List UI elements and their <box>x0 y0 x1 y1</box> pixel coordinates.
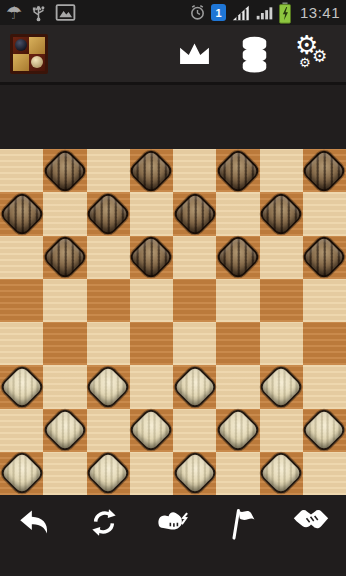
board-square[interactable] <box>216 279 259 322</box>
status-bar: ☂ 1 <box>0 0 346 25</box>
crown-icon[interactable] <box>176 41 213 66</box>
board-square[interactable] <box>130 322 173 365</box>
board-square[interactable] <box>87 192 130 235</box>
app-logo-square <box>13 54 29 71</box>
board-square[interactable] <box>216 409 259 452</box>
board-square[interactable] <box>216 236 259 279</box>
usb-icon <box>31 2 46 24</box>
dark-piece[interactable] <box>257 190 305 238</box>
board-square[interactable] <box>173 192 216 235</box>
board-square[interactable] <box>303 452 346 495</box>
board-square[interactable] <box>260 322 303 365</box>
board-square[interactable] <box>130 279 173 322</box>
draw-handshake-icon[interactable] <box>277 506 346 534</box>
board-square[interactable] <box>43 192 86 235</box>
gear-icon: ⚙ <box>299 56 311 69</box>
restart-icon[interactable] <box>69 506 138 539</box>
light-piece[interactable] <box>257 449 305 497</box>
board-square[interactable] <box>303 365 346 408</box>
board-square[interactable] <box>0 236 43 279</box>
coins-stack-icon[interactable] <box>240 35 269 73</box>
notification-badge: 1 <box>211 4 226 21</box>
board-square[interactable] <box>130 192 173 235</box>
board-square[interactable] <box>0 149 43 192</box>
board-square[interactable] <box>173 149 216 192</box>
board-square[interactable] <box>260 236 303 279</box>
board-square[interactable] <box>130 365 173 408</box>
board-square[interactable] <box>216 149 259 192</box>
status-bar-right: 1 <box>189 2 340 24</box>
board-square[interactable] <box>130 236 173 279</box>
app-screen: ☂ 1 <box>0 0 346 576</box>
board-square[interactable] <box>87 409 130 452</box>
dark-piece[interactable] <box>84 190 132 238</box>
light-piece[interactable] <box>84 363 132 411</box>
light-piece[interactable] <box>41 406 89 454</box>
light-piece[interactable] <box>300 406 346 454</box>
light-piece[interactable] <box>0 363 46 411</box>
umbrella-icon: ☂ <box>6 2 22 24</box>
gallery-icon <box>55 2 76 24</box>
app-logo-light-piece <box>31 56 43 68</box>
dark-piece[interactable] <box>127 233 175 281</box>
board-square[interactable] <box>130 409 173 452</box>
board-square[interactable] <box>43 236 86 279</box>
dark-piece[interactable] <box>214 233 262 281</box>
board <box>0 149 346 495</box>
action-bar <box>0 495 346 573</box>
battery-charging-icon <box>278 2 292 24</box>
gear-icon: ⚙ <box>312 48 327 65</box>
board-square[interactable] <box>43 452 86 495</box>
board-square[interactable] <box>0 279 43 322</box>
board-square[interactable] <box>173 279 216 322</box>
board-square[interactable] <box>303 149 346 192</box>
status-bar-clock: 13:41 <box>300 4 340 21</box>
light-piece[interactable] <box>84 449 132 497</box>
board-square[interactable] <box>173 322 216 365</box>
board-square[interactable] <box>43 409 86 452</box>
board-square[interactable] <box>216 322 259 365</box>
dark-piece[interactable] <box>41 233 89 281</box>
app-logo-square <box>29 37 45 54</box>
board-square[interactable] <box>0 322 43 365</box>
board-square[interactable] <box>303 236 346 279</box>
dark-piece[interactable] <box>214 147 262 195</box>
dark-piece[interactable] <box>171 190 219 238</box>
dark-piece[interactable] <box>0 190 46 238</box>
board-square[interactable] <box>303 192 346 235</box>
dark-piece[interactable] <box>300 147 346 195</box>
light-piece[interactable] <box>171 363 219 411</box>
board-square[interactable] <box>260 409 303 452</box>
board-square[interactable] <box>87 236 130 279</box>
board-square[interactable] <box>216 192 259 235</box>
board-square[interactable] <box>43 279 86 322</box>
board-square[interactable] <box>43 322 86 365</box>
board-square[interactable] <box>173 236 216 279</box>
board-square[interactable] <box>303 279 346 322</box>
board-square[interactable] <box>0 365 43 408</box>
alarm-icon <box>189 2 206 24</box>
board-square[interactable] <box>216 452 259 495</box>
board-square[interactable] <box>0 409 43 452</box>
board-square[interactable] <box>173 365 216 408</box>
board-square[interactable] <box>130 452 173 495</box>
board-square[interactable] <box>0 452 43 495</box>
light-piece[interactable] <box>214 406 262 454</box>
light-piece[interactable] <box>127 406 175 454</box>
light-piece[interactable] <box>257 363 305 411</box>
board-square[interactable] <box>260 452 303 495</box>
kick-hint-icon[interactable] <box>138 506 207 536</box>
board-square[interactable] <box>260 192 303 235</box>
dark-piece[interactable] <box>300 233 346 281</box>
settings-gears-icon[interactable]: ⚙ ⚙ ⚙ <box>296 37 330 71</box>
board-square[interactable] <box>173 452 216 495</box>
resign-flag-icon[interactable] <box>208 506 277 540</box>
light-piece[interactable] <box>0 449 46 497</box>
roaming-signal-icon <box>231 2 251 24</box>
app-logo-square <box>13 37 29 54</box>
undo-icon[interactable] <box>0 506 69 538</box>
board-square[interactable] <box>87 149 130 192</box>
board-square[interactable] <box>87 452 130 495</box>
board-square[interactable] <box>87 365 130 408</box>
dark-piece[interactable] <box>127 147 175 195</box>
board-square[interactable] <box>303 322 346 365</box>
signal-strength-icon <box>256 2 273 24</box>
board-square[interactable] <box>303 409 346 452</box>
board-square[interactable] <box>173 409 216 452</box>
app-logo[interactable] <box>10 34 48 74</box>
dark-piece[interactable] <box>41 147 89 195</box>
toolbar: ⚙ ⚙ ⚙ <box>0 25 346 85</box>
board-square[interactable] <box>260 149 303 192</box>
board-square[interactable] <box>130 149 173 192</box>
board-square[interactable] <box>43 149 86 192</box>
app-logo-square <box>29 54 45 71</box>
board-square[interactable] <box>43 365 86 408</box>
board-square[interactable] <box>0 192 43 235</box>
board-square[interactable] <box>260 279 303 322</box>
light-piece[interactable] <box>171 449 219 497</box>
app-logo-dark-piece <box>15 39 27 51</box>
board-square[interactable] <box>216 365 259 408</box>
board-square[interactable] <box>87 279 130 322</box>
board-square[interactable] <box>87 322 130 365</box>
board-gap <box>0 85 346 149</box>
board-square[interactable] <box>260 365 303 408</box>
